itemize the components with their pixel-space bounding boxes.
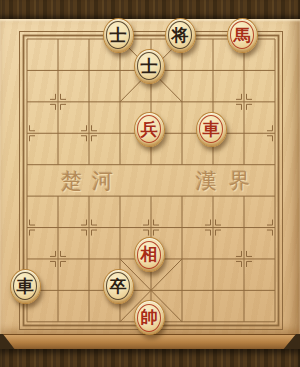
piece-black-chariot[interactable]: 車 [12,275,43,306]
piece-disc: 将 [165,18,196,53]
piece-disc: 士 [134,49,165,84]
piece-glyph: 馬 [234,27,251,44]
piece-red-elephant[interactable]: 相 [136,243,167,274]
pieces-layer: 士将馬士兵車相車卒帥 [12,23,291,337]
piece-glyph: 車 [17,278,34,295]
piece-glyph: 兵 [141,121,158,138]
piece-disc: 車 [10,269,41,304]
piece-black-general[interactable]: 将 [167,23,198,54]
piece-black-advisor-1[interactable]: 士 [105,23,136,54]
piece-disc: 兵 [134,112,165,147]
piece-disc: 帥 [134,300,165,335]
piece-black-soldier[interactable]: 卒 [105,275,136,306]
piece-glyph: 車 [203,121,220,138]
piece-red-chariot[interactable]: 車 [198,118,229,149]
piece-red-soldier[interactable]: 兵 [136,118,167,149]
piece-black-advisor-2[interactable]: 士 [136,55,167,86]
piece-disc: 車 [196,112,227,147]
piece-disc: 卒 [103,269,134,304]
piece-glyph: 相 [141,246,158,263]
piece-disc: 馬 [227,18,258,53]
table-wood-bottom [0,349,300,367]
piece-red-general[interactable]: 帥 [136,306,167,337]
piece-glyph: 士 [110,27,127,44]
piece-glyph: 帥 [141,309,158,326]
piece-disc: 士 [103,18,134,53]
table-wood-top [0,0,300,19]
xiangqi-game-screen: 楚河 漢界 士将馬士兵車相車卒帥 [0,0,300,367]
piece-red-horse[interactable]: 馬 [229,23,260,54]
piece-disc: 相 [134,237,165,272]
piece-glyph: 卒 [110,278,127,295]
piece-glyph: 将 [172,27,189,44]
piece-glyph: 士 [141,58,158,75]
